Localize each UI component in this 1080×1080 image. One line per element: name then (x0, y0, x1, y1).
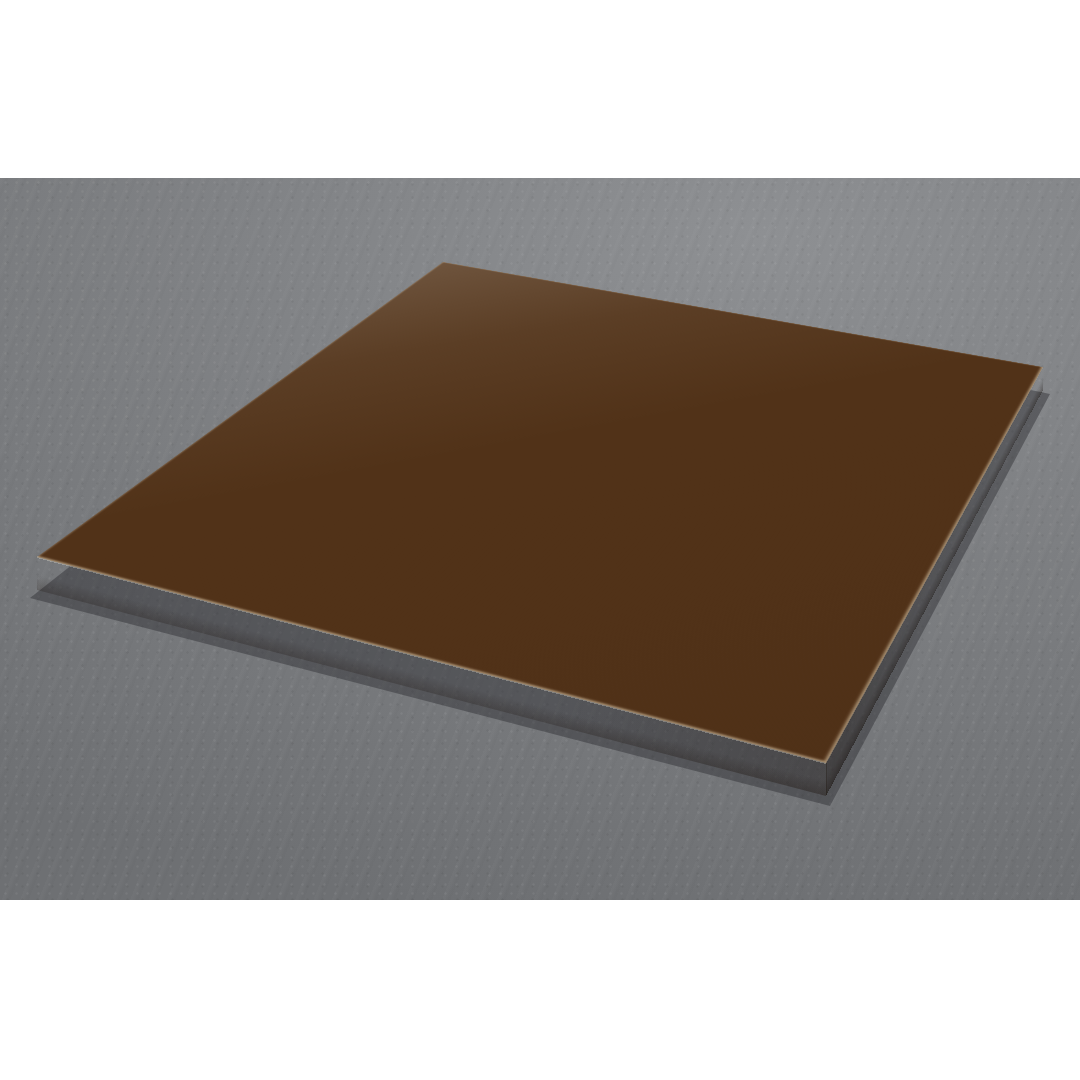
product-photo-canvas (0, 0, 1080, 1080)
